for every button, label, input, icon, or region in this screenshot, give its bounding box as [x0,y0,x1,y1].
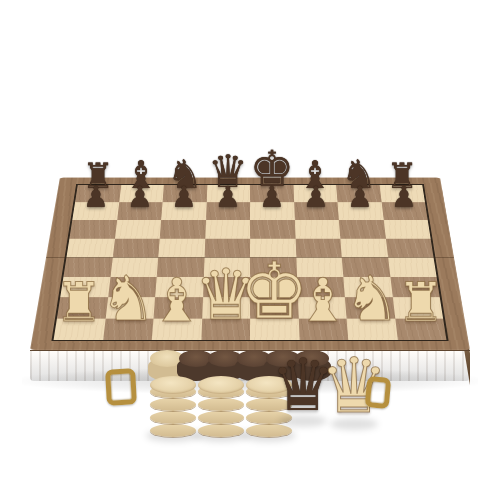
checker-rim [198,424,244,437]
piece-dark-pawn-g7: ♟ [347,183,373,212]
piece-light-rook-a1: ♜ [55,276,103,330]
square-e6 [250,220,295,238]
square-g5 [340,238,387,257]
checker-rim [150,398,196,411]
piece-dark-pawn-a7: ♟ [83,183,109,212]
square-a5 [66,238,114,257]
square-c6 [160,220,206,238]
checker-rim [198,398,244,411]
piece-dark-pawn-d7: ♟ [215,183,241,212]
piece-light-rook-h1: ♜ [397,276,445,330]
piece-dark-pawn-b7: ♟ [127,183,153,212]
piece-dark-pawn-e7: ♟ [259,183,285,212]
square-g6 [339,220,386,238]
square-f6 [294,220,340,238]
square-b5 [112,238,159,257]
checker-top-face [198,376,244,394]
brass-clasp-left [105,368,137,406]
piece-dark-pawn-c7: ♟ [171,183,197,212]
piece-light-knight-b1: ♞ [100,268,156,330]
piece-light-bishop-f1: ♝ [296,270,350,330]
checker-top-face [150,376,196,394]
checker-rim [150,424,196,437]
chess-set-photo: ♛♛ ♜♝♞♛♚♝♞♜♟♟♟♟♟♟♟♟♜♞♝♛♚♝♞♜ [0,0,500,500]
light-checker-stack [198,376,244,437]
brass-clasp-right [365,376,392,409]
light-checker-stack [150,376,196,437]
square-d6 [205,220,250,238]
checker-rim [150,411,196,424]
piece-dark-pawn-h7: ♟ [391,183,417,212]
square-h5 [385,238,433,257]
square-a6 [69,220,116,238]
checker-rim [198,411,244,424]
piece-dark-pawn-f7: ♟ [303,183,329,212]
piece-light-knight-g1: ♞ [344,268,400,330]
square-h6 [383,220,430,238]
square-b6 [115,220,162,238]
